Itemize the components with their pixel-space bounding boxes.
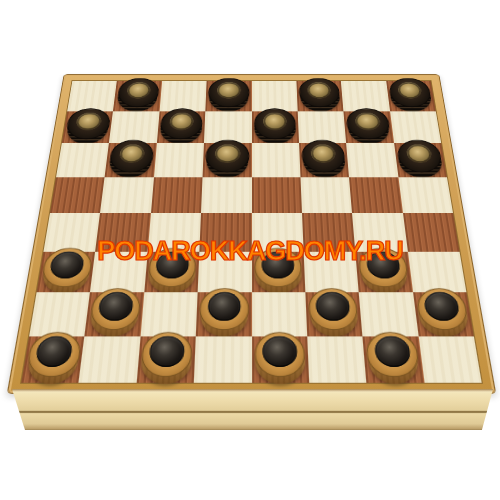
light-piece[interactable]: [308, 288, 360, 335]
square-f1[interactable]: [307, 336, 367, 383]
square-h2[interactable]: [413, 292, 474, 336]
dark-piece[interactable]: [116, 78, 160, 110]
checkers-board: [7, 74, 497, 394]
box-edge-highlight: [12, 389, 493, 392]
square-b1[interactable]: [79, 336, 141, 383]
dark-piece[interactable]: [396, 140, 445, 176]
dark-piece[interactable]: [388, 78, 434, 110]
square-a6[interactable]: [56, 143, 109, 177]
square-b6[interactable]: [105, 143, 157, 177]
watermark-text: PODAROKKAGDOMY.RU: [0, 236, 500, 267]
square-a5[interactable]: [50, 177, 105, 213]
square-d1[interactable]: [194, 336, 252, 383]
dark-piece[interactable]: [254, 108, 297, 142]
square-c1[interactable]: [136, 336, 196, 383]
square-d2[interactable]: [196, 292, 252, 336]
square-b5[interactable]: [100, 177, 153, 213]
square-f7[interactable]: [298, 111, 347, 143]
square-f5[interactable]: [300, 177, 352, 213]
light-piece[interactable]: [415, 288, 471, 335]
dark-piece[interactable]: [159, 108, 203, 142]
square-b2[interactable]: [85, 292, 144, 336]
square-h5[interactable]: [398, 177, 453, 213]
dark-piece[interactable]: [346, 108, 392, 142]
square-e7[interactable]: [252, 111, 299, 143]
square-c7[interactable]: [157, 111, 206, 143]
dark-piece[interactable]: [301, 140, 347, 176]
square-f6[interactable]: [299, 143, 349, 177]
dark-piece[interactable]: [64, 108, 111, 142]
light-piece[interactable]: [88, 288, 142, 335]
square-h7[interactable]: [390, 111, 441, 143]
square-a8[interactable]: [67, 81, 117, 111]
square-g1[interactable]: [363, 336, 425, 383]
dark-piece[interactable]: [205, 140, 249, 176]
square-a7[interactable]: [62, 111, 113, 143]
square-e8[interactable]: [252, 81, 298, 111]
piece-emblem: [207, 292, 241, 321]
square-a1[interactable]: [21, 336, 84, 383]
light-piece[interactable]: [24, 332, 82, 382]
square-h6[interactable]: [394, 143, 447, 177]
dark-piece[interactable]: [107, 140, 154, 176]
square-e6[interactable]: [252, 143, 301, 177]
square-d5[interactable]: [201, 177, 251, 213]
square-e1[interactable]: [252, 336, 310, 383]
light-piece[interactable]: [199, 288, 249, 335]
light-piece[interactable]: [254, 332, 306, 382]
square-e2[interactable]: [252, 292, 308, 336]
square-h1[interactable]: [418, 336, 481, 383]
light-piece[interactable]: [139, 332, 193, 382]
square-g8[interactable]: [341, 81, 390, 111]
square-h8[interactable]: [386, 81, 436, 111]
square-f8[interactable]: [296, 81, 343, 111]
square-g6[interactable]: [346, 143, 398, 177]
dark-piece[interactable]: [298, 78, 341, 110]
board-grid: [20, 80, 483, 384]
box-front-side: [12, 389, 493, 430]
square-c5[interactable]: [151, 177, 203, 213]
square-g7[interactable]: [344, 111, 394, 143]
square-e5[interactable]: [252, 177, 302, 213]
dark-piece[interactable]: [208, 78, 249, 110]
piece-emblem: [263, 113, 287, 130]
square-a2[interactable]: [29, 292, 90, 336]
square-d7[interactable]: [204, 111, 251, 143]
square-b8[interactable]: [113, 81, 162, 111]
square-g2[interactable]: [359, 292, 418, 336]
square-b7[interactable]: [109, 111, 159, 143]
square-c6[interactable]: [154, 143, 204, 177]
light-piece[interactable]: [365, 332, 421, 382]
square-f2[interactable]: [305, 292, 362, 336]
square-c8[interactable]: [159, 81, 206, 111]
square-g5[interactable]: [349, 177, 402, 213]
product-photo-background: PODAROKKAGDOMY.RU: [0, 0, 500, 500]
square-c2[interactable]: [140, 292, 197, 336]
square-d6[interactable]: [203, 143, 252, 177]
square-d8[interactable]: [205, 81, 251, 111]
